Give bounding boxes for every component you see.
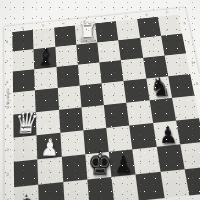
square-f6 [121,58,146,81]
square-a8 [12,30,33,51]
square-a6 [13,69,35,92]
square-e7 [97,40,121,62]
square-a7 [13,49,35,71]
piece-black-bishop: ♝ [34,45,57,69]
square-d5 [79,83,103,107]
board-logo-emblem: ▴◂◆▸▾ [14,185,39,200]
square-e2: ♟ [109,149,136,177]
square-b4 [36,110,60,135]
square-b1 [38,182,64,200]
square-f7 [118,38,142,60]
square-h8 [157,15,182,36]
square-h4 [172,96,199,121]
file-label-top-g: g [143,13,151,17]
chess-board: ♜♝♞♛♟♟♚♟▴◂◆▸▾ ©wcnigta 87654321 87654321… [4,8,200,200]
square-d2: ♚ [85,152,111,180]
piece-black-knight: ♞ [148,75,172,101]
piece-white-pawn: ♟ [37,136,62,160]
square-b7: ♝ [34,47,56,69]
square-e6 [99,60,123,83]
file-label-top-e: e [101,17,108,21]
rank-label-7: 7 [3,60,10,64]
square-a4: ♛ [13,112,36,137]
square-c1 [63,180,89,200]
square-h7 [161,34,186,56]
rank-label-4: 4 [4,124,12,129]
file-label-top-c: c [60,21,67,25]
square-g3: ♟ [153,121,180,147]
file-label-top-h: h [163,10,171,14]
piece-black-pawn: ♟ [155,123,180,147]
rank-label-right-6: 6 [189,61,197,65]
square-c7 [55,45,78,67]
square-h2 [180,142,200,169]
rank-label-right-7: 7 [185,41,193,45]
piece-black-king: ♚ [87,146,111,179]
rank-label-1: 1 [4,198,13,200]
square-c5 [57,86,81,110]
square-d6 [78,62,102,85]
square-f4 [127,100,153,125]
file-label-g: g [172,199,181,200]
square-e5 [102,81,127,105]
file-label-top-a: a [19,26,26,30]
square-c6 [56,65,79,88]
square-f8 [116,19,140,40]
file-label-top-f: f [122,15,130,19]
piece-white-rook: ♜ [76,19,98,45]
rank-label-3: 3 [4,148,12,153]
rank-label-2: 2 [4,172,12,177]
square-g5: ♞ [146,76,172,100]
square-c8 [54,26,76,47]
square-e4 [104,103,130,128]
square-c4 [59,107,84,132]
rank-label-right-8: 8 [181,22,189,26]
square-f5 [124,79,149,103]
square-a2 [14,159,39,187]
rank-label-8: 8 [3,40,10,44]
square-a1: ▴◂◆▸▾ [14,185,39,200]
piece-black-pawn: ♟ [111,152,136,177]
square-d8: ♜ [75,23,98,44]
file-label-top-b: b [40,23,47,27]
rank-label-right-5: 5 [193,82,200,86]
board-grid: ♜♝♞♛♟♟♚♟▴◂◆▸▾ [12,15,200,200]
square-d4 [81,105,106,130]
square-c2 [61,154,87,182]
square-c3 [60,130,85,156]
rank-label-right-4: 4 [197,104,200,109]
piece-white-queen: ♛ [13,107,38,138]
square-e8 [95,21,118,42]
file-label-h: h [197,196,200,200]
square-b3: ♟ [37,133,62,160]
